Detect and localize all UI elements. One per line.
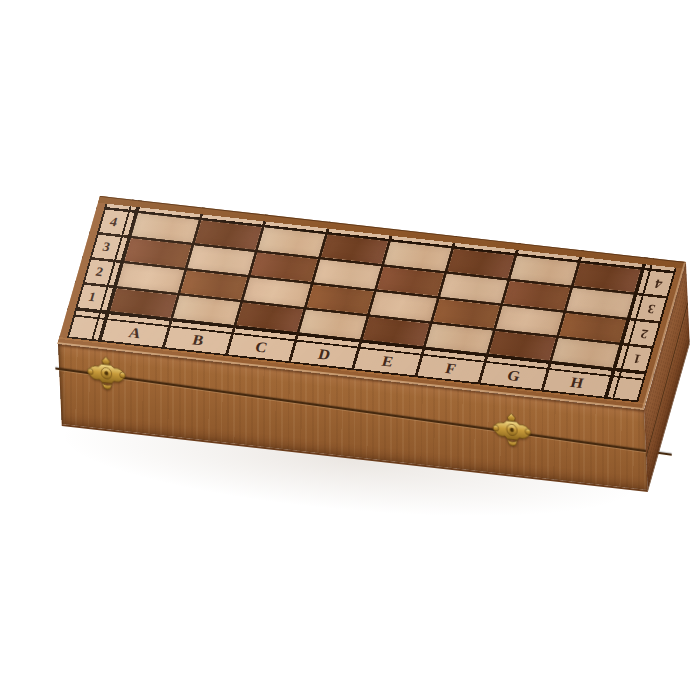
square-d3 [314,260,381,289]
rank-label-right-4: 4 [644,271,673,296]
square-b2 [180,270,247,299]
square-a1 [110,288,177,317]
rank-label-left-1: 1 [78,285,107,310]
file-label-b: B [165,327,231,354]
square-h3 [567,288,634,317]
square-f1 [426,324,493,353]
file-label-d: D [291,341,357,368]
product-photo-chess-box: 4321 4321 ABCDEFGH [0,0,700,700]
square-e4 [384,242,451,271]
square-a2 [117,263,184,292]
rank-label-right-2: 2 [630,321,659,346]
square-d4 [321,235,388,264]
square-f3 [440,274,507,303]
rank-label-left-4: 4 [99,210,128,235]
rank-label-left-3: 3 [92,235,121,260]
square-c4 [258,227,325,256]
brass-latch-right-icon [487,408,537,451]
rank-label-right-1: 1 [623,346,652,371]
square-a4 [132,213,199,242]
square-f4 [447,249,514,278]
file-label-a: A [102,320,168,347]
rank-label-right-3: 3 [637,296,666,321]
square-g4 [511,256,578,285]
square-h2 [559,313,626,342]
square-e2 [370,292,437,321]
file-label-h: H [544,370,610,397]
file-label-e: E [354,349,420,376]
square-d1 [300,310,367,339]
square-g3 [503,281,570,310]
file-label-c: C [228,334,294,361]
square-c3 [251,253,318,282]
square-f2 [433,299,500,328]
square-h1 [552,338,619,367]
square-a3 [125,238,192,267]
file-label-g: G [481,363,547,390]
square-b4 [195,220,262,249]
square-e3 [377,267,444,296]
square-c2 [244,278,311,307]
brass-latch-left-icon [81,352,131,395]
file-label-f: F [417,356,483,383]
square-b1 [173,295,240,324]
square-g2 [496,306,563,335]
square-e1 [363,317,430,346]
square-b3 [188,245,255,274]
square-d2 [307,285,374,314]
square-h4 [574,263,641,292]
square-g1 [489,331,556,360]
rank-label-left-2: 2 [85,260,114,285]
square-c1 [236,303,303,332]
